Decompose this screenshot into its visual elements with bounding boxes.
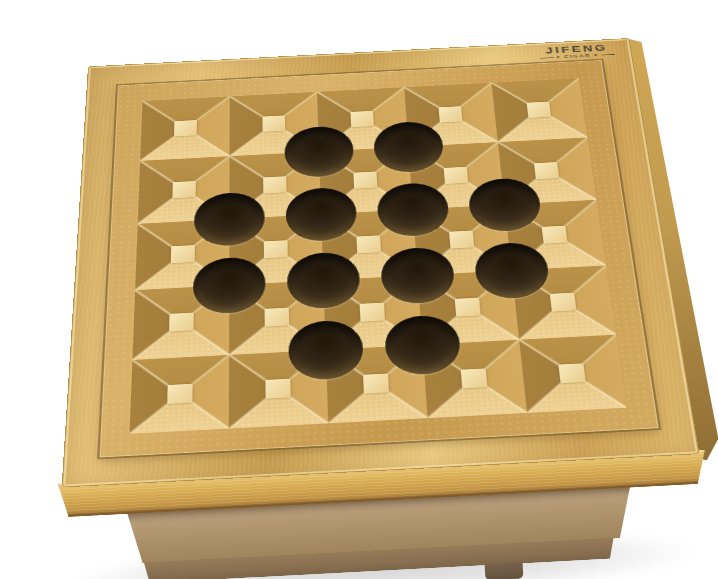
brand-logo: JIFENG ◆ CIGAR ◆ bbox=[539, 43, 615, 60]
logo-dash-right bbox=[602, 54, 615, 55]
ashtray-foot-right bbox=[485, 561, 524, 579]
brand-sub-text: CIGAR bbox=[564, 53, 592, 58]
product-photo-stage: JIFENG ◆ CIGAR ◆ bbox=[0, 0, 718, 579]
logo-dash-left bbox=[540, 57, 553, 58]
ashtray-plate bbox=[100, 60, 659, 457]
pyramid-stud-r5c5 bbox=[519, 335, 626, 413]
pyramid-stud-r5c1 bbox=[129, 355, 229, 434]
pyramid-stud-r1c5 bbox=[491, 78, 587, 142]
diamond-icon: ◆ bbox=[556, 55, 561, 59]
cigar-ashtray: JIFENG ◆ CIGAR ◆ bbox=[17, 20, 718, 579]
ashtray-board bbox=[129, 78, 626, 434]
ashtray-lid-top: JIFENG ◆ CIGAR ◆ bbox=[62, 38, 700, 487]
diamond-icon: ◆ bbox=[594, 53, 599, 57]
pyramid-stud-r1c1 bbox=[140, 96, 230, 160]
